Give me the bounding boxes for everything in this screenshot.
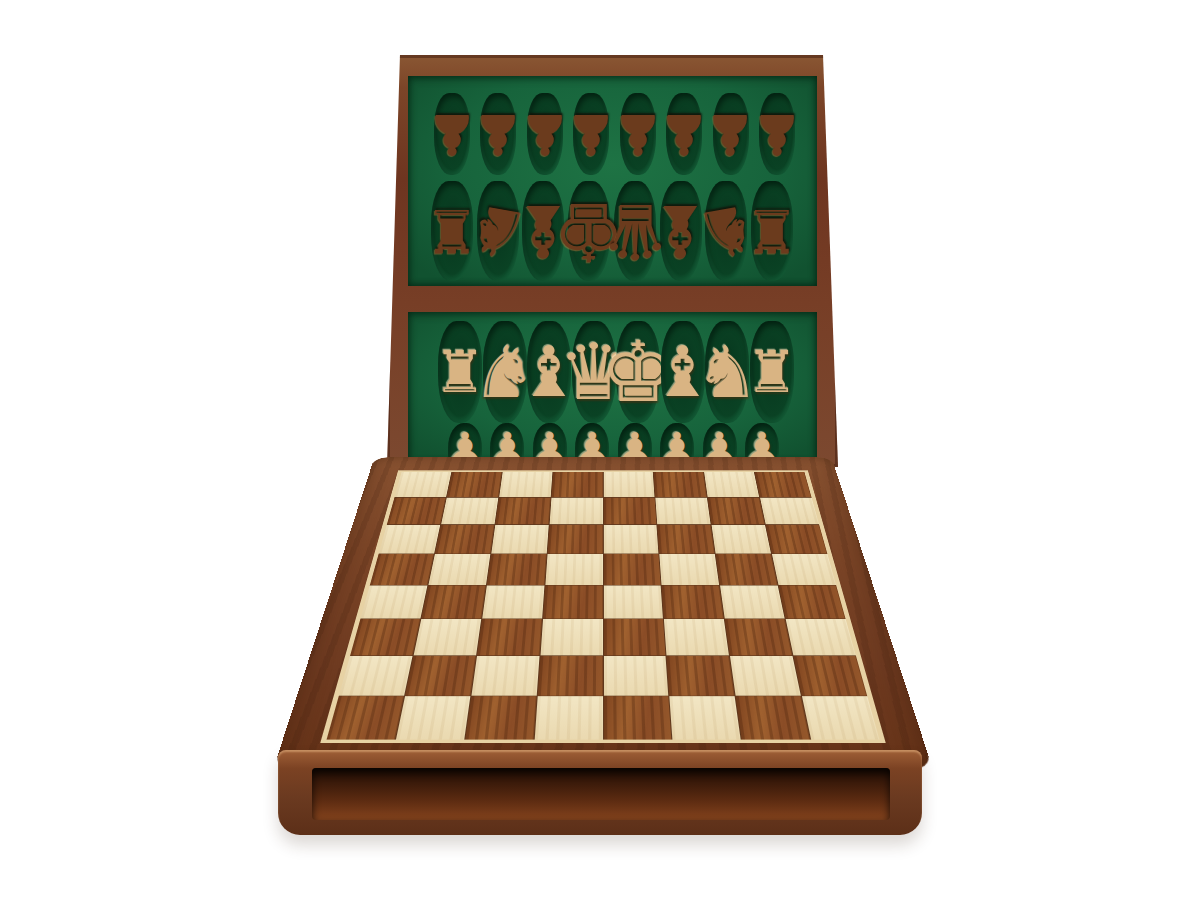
tray-slot-dark-pawn: ♟ bbox=[759, 93, 795, 175]
board-square-r3c3 bbox=[491, 525, 548, 554]
stored-piece-dark-pawn: ♟ bbox=[520, 106, 570, 162]
board-square-r7c4 bbox=[537, 656, 602, 696]
board-square-r4c2 bbox=[428, 554, 490, 585]
board-square-r7c2 bbox=[405, 656, 476, 696]
tray-slot-dark-bishop: ♝ bbox=[660, 181, 702, 281]
board-square-r7c6 bbox=[667, 656, 735, 696]
board-square-r4c7 bbox=[716, 554, 778, 585]
stored-piece-dark-pawn: ♟ bbox=[613, 106, 663, 162]
board-square-r5c7 bbox=[720, 585, 785, 618]
board-square-r4c8 bbox=[772, 554, 836, 585]
dark-majors-row: ♜♞♝♚♛♝♞♜ bbox=[408, 178, 817, 284]
board-square-r6c7 bbox=[725, 619, 792, 655]
board-square-r8c4 bbox=[534, 696, 602, 739]
tray-slot-dark-pawn: ♟ bbox=[666, 93, 702, 175]
board-square-r5c2 bbox=[421, 585, 486, 618]
dark-pawns-row: ♟♟♟♟♟♟♟♟ bbox=[408, 90, 817, 178]
board-square-r1c8 bbox=[755, 472, 812, 497]
board-square-r2c6 bbox=[656, 498, 711, 525]
storage-lid: ♟♟♟♟♟♟♟♟ ♜♞♝♚♛♝♞♜ ♜♞♝♛♚♝♞♜ ♟♟♟♟♟♟♟♟ bbox=[387, 55, 838, 467]
board-square-r7c3 bbox=[471, 656, 539, 696]
stored-piece-dark-pawn: ♟ bbox=[752, 106, 802, 162]
board-square-r5c4 bbox=[543, 585, 603, 618]
stored-piece-dark-pawn: ♟ bbox=[566, 106, 616, 162]
board-square-r6c3 bbox=[477, 619, 542, 655]
board-square-r8c2 bbox=[396, 696, 470, 739]
tray-slot-dark-pawn: ♟ bbox=[527, 93, 563, 175]
stored-piece-dark-pawn: ♟ bbox=[659, 106, 709, 162]
board-square-r2c4 bbox=[549, 498, 602, 525]
tray-slot-light-rook: ♜ bbox=[750, 321, 794, 423]
board-square-r2c3 bbox=[495, 498, 550, 525]
board-frame bbox=[273, 457, 933, 769]
board-square-r1c2 bbox=[447, 472, 502, 497]
tray-slot-dark-pawn: ♟ bbox=[713, 93, 749, 175]
board-square-r5c3 bbox=[482, 585, 544, 618]
board-square-r7c5 bbox=[603, 656, 668, 696]
board-square-r5c8 bbox=[779, 585, 846, 618]
board-square-r8c7 bbox=[736, 696, 810, 739]
board-square-r1c3 bbox=[499, 472, 552, 497]
board-square-r2c1 bbox=[387, 498, 446, 525]
board-grid bbox=[320, 470, 886, 743]
stored-piece-dark-pawn: ♟ bbox=[705, 106, 755, 162]
board-square-r3c2 bbox=[435, 525, 494, 554]
board-square-r4c1 bbox=[370, 554, 434, 585]
board-square-r3c6 bbox=[658, 525, 715, 554]
tray-slot-dark-pawn: ♟ bbox=[434, 93, 470, 175]
tray-slot-dark-knight: ♞ bbox=[705, 181, 747, 281]
board-square-r5c1 bbox=[360, 585, 427, 618]
board-square-r4c6 bbox=[660, 554, 720, 585]
board-square-r7c7 bbox=[730, 656, 801, 696]
stored-piece-dark-pawn: ♟ bbox=[427, 106, 477, 162]
board-square-r6c8 bbox=[786, 619, 856, 655]
board-square-r6c2 bbox=[413, 619, 480, 655]
board-square-r7c8 bbox=[794, 656, 867, 696]
board-square-r2c2 bbox=[441, 498, 498, 525]
board-square-r5c5 bbox=[603, 585, 663, 618]
light-pieces-tray: ♜♞♝♛♚♝♞♜ ♟♟♟♟♟♟♟♟ bbox=[408, 312, 817, 463]
board-square-r5c6 bbox=[662, 585, 724, 618]
chess-box-product-photo: ♟♟♟♟♟♟♟♟ ♜♞♝♚♛♝♞♜ ♜♞♝♛♚♝♞♜ ♟♟♟♟♟♟♟♟ bbox=[0, 0, 1200, 897]
light-majors-row: ♜♞♝♛♚♝♞♜ bbox=[408, 320, 817, 424]
board-square-r7c1 bbox=[339, 656, 412, 696]
board-square-r2c5 bbox=[603, 498, 656, 525]
stored-piece-dark-pawn: ♟ bbox=[473, 106, 523, 162]
chess-board bbox=[273, 457, 933, 769]
board-square-r6c6 bbox=[664, 619, 729, 655]
board-square-r2c8 bbox=[760, 498, 819, 525]
tray-slot-dark-pawn: ♟ bbox=[620, 93, 656, 175]
board-square-r8c6 bbox=[670, 696, 741, 739]
tray-slot-light-knight: ♞ bbox=[483, 321, 527, 423]
board-square-r8c5 bbox=[604, 696, 672, 739]
board-square-r1c6 bbox=[654, 472, 707, 497]
tray-slot-light-knight: ♞ bbox=[705, 321, 749, 423]
board-square-r4c3 bbox=[487, 554, 547, 585]
board-square-r3c5 bbox=[603, 525, 658, 554]
tray-slot-dark-rook: ♜ bbox=[751, 181, 793, 281]
box-front-face bbox=[278, 750, 922, 835]
board-square-r3c4 bbox=[547, 525, 602, 554]
board-square-r6c1 bbox=[350, 619, 420, 655]
board-square-r3c7 bbox=[712, 525, 771, 554]
board-square-r6c4 bbox=[540, 619, 602, 655]
stored-piece-dark-rook: ♜ bbox=[745, 201, 799, 261]
board-square-r4c4 bbox=[545, 554, 602, 585]
board-square-r1c5 bbox=[603, 472, 654, 497]
board-square-r3c8 bbox=[766, 525, 827, 554]
board-square-r1c1 bbox=[395, 472, 452, 497]
board-square-r6c5 bbox=[603, 619, 665, 655]
board-square-r3c1 bbox=[379, 525, 440, 554]
board-square-r1c7 bbox=[704, 472, 759, 497]
board-square-r8c1 bbox=[327, 696, 404, 739]
dark-pieces-tray: ♟♟♟♟♟♟♟♟ ♜♞♝♚♛♝♞♜ bbox=[408, 76, 817, 286]
tray-slot-dark-pawn: ♟ bbox=[573, 93, 609, 175]
tray-slot-dark-pawn: ♟ bbox=[480, 93, 516, 175]
stored-piece-light-rook: ♜ bbox=[746, 343, 798, 401]
drawer-opening bbox=[312, 768, 890, 820]
board-square-r4c5 bbox=[603, 554, 660, 585]
board-square-r1c4 bbox=[551, 472, 602, 497]
board-square-r8c3 bbox=[465, 696, 536, 739]
board-square-r2c7 bbox=[708, 498, 765, 525]
stored-piece-light-knight: ♞ bbox=[472, 336, 537, 408]
board-square-r8c8 bbox=[802, 696, 879, 739]
